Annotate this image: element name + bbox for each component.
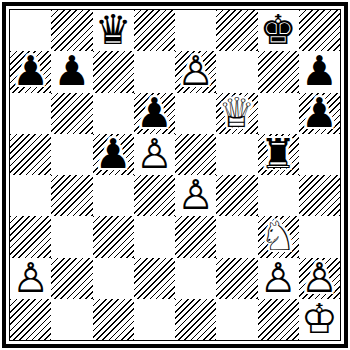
square-d1[interactable] <box>134 299 175 340</box>
square-f1[interactable] <box>216 299 257 340</box>
square-g8[interactable]: ♚♚ <box>258 10 299 51</box>
piece-white-pawn: ♟♙ <box>175 175 216 216</box>
square-f7[interactable] <box>216 51 257 92</box>
square-a1[interactable] <box>10 299 51 340</box>
chess-diagram: ♛♛♚♚♟♟♟♟♟♙♟♟♟♟♛♕♟♟♟♟♟♙♜♜♟♙♞♘♟♙♟♙♟♙♚♔ <box>0 0 350 350</box>
square-b7[interactable]: ♟♟ <box>51 51 92 92</box>
square-h1[interactable]: ♚♔ <box>299 299 340 340</box>
square-g1[interactable] <box>258 299 299 340</box>
piece-black-pawn: ♟♟ <box>299 51 340 92</box>
piece-white-queen: ♛♕ <box>216 93 257 134</box>
piece-black-pawn: ♟♟ <box>299 93 340 134</box>
piece-white-knight: ♞♘ <box>258 216 299 257</box>
square-b1[interactable] <box>51 299 92 340</box>
square-c6[interactable] <box>93 93 134 134</box>
square-a8[interactable] <box>10 10 51 51</box>
square-e2[interactable] <box>175 258 216 299</box>
square-c4[interactable] <box>93 175 134 216</box>
square-h5[interactable] <box>299 134 340 175</box>
square-f8[interactable] <box>216 10 257 51</box>
square-g4[interactable] <box>258 175 299 216</box>
square-g2[interactable]: ♟♙ <box>258 258 299 299</box>
square-e6[interactable] <box>175 93 216 134</box>
square-b3[interactable] <box>51 216 92 257</box>
square-c5[interactable]: ♟♟ <box>93 134 134 175</box>
square-c2[interactable] <box>93 258 134 299</box>
square-b8[interactable] <box>51 10 92 51</box>
square-h4[interactable] <box>299 175 340 216</box>
square-e1[interactable] <box>175 299 216 340</box>
square-h8[interactable] <box>299 10 340 51</box>
board-outer-frame: ♛♛♚♚♟♟♟♟♟♙♟♟♟♟♛♕♟♟♟♟♟♙♜♜♟♙♞♘♟♙♟♙♟♙♚♔ <box>2 2 348 348</box>
square-b4[interactable] <box>51 175 92 216</box>
square-g6[interactable] <box>258 93 299 134</box>
square-f5[interactable] <box>216 134 257 175</box>
square-h2[interactable]: ♟♙ <box>299 258 340 299</box>
piece-white-pawn: ♟♙ <box>10 258 51 299</box>
square-f6[interactable]: ♛♕ <box>216 93 257 134</box>
piece-white-pawn: ♟♙ <box>258 258 299 299</box>
square-e8[interactable] <box>175 10 216 51</box>
piece-white-pawn: ♟♙ <box>134 134 175 175</box>
piece-black-pawn: ♟♟ <box>134 93 175 134</box>
square-a3[interactable] <box>10 216 51 257</box>
square-c8[interactable]: ♛♛ <box>93 10 134 51</box>
square-c7[interactable] <box>93 51 134 92</box>
square-d5[interactable]: ♟♙ <box>134 134 175 175</box>
square-d4[interactable] <box>134 175 175 216</box>
square-a5[interactable] <box>10 134 51 175</box>
square-g5[interactable]: ♜♜ <box>258 134 299 175</box>
square-a7[interactable]: ♟♟ <box>10 51 51 92</box>
square-d6[interactable]: ♟♟ <box>134 93 175 134</box>
piece-white-pawn: ♟♙ <box>299 258 340 299</box>
piece-black-rook: ♜♜ <box>258 134 299 175</box>
square-a4[interactable] <box>10 175 51 216</box>
square-h3[interactable] <box>299 216 340 257</box>
square-f4[interactable] <box>216 175 257 216</box>
square-c3[interactable] <box>93 216 134 257</box>
square-b5[interactable] <box>51 134 92 175</box>
square-e5[interactable] <box>175 134 216 175</box>
square-b6[interactable] <box>51 93 92 134</box>
square-d8[interactable] <box>134 10 175 51</box>
piece-black-queen: ♛♛ <box>93 10 134 51</box>
piece-black-king: ♚♚ <box>258 10 299 51</box>
square-f3[interactable] <box>216 216 257 257</box>
square-f2[interactable] <box>216 258 257 299</box>
square-e4[interactable]: ♟♙ <box>175 175 216 216</box>
board-inner-border: ♛♛♚♚♟♟♟♟♟♙♟♟♟♟♛♕♟♟♟♟♟♙♜♜♟♙♞♘♟♙♟♙♟♙♚♔ <box>9 9 341 341</box>
square-c1[interactable] <box>93 299 134 340</box>
square-d7[interactable] <box>134 51 175 92</box>
square-e7[interactable]: ♟♙ <box>175 51 216 92</box>
square-h7[interactable]: ♟♟ <box>299 51 340 92</box>
square-b2[interactable] <box>51 258 92 299</box>
piece-black-pawn: ♟♟ <box>51 51 92 92</box>
square-e3[interactable] <box>175 216 216 257</box>
chess-board: ♛♛♚♚♟♟♟♟♟♙♟♟♟♟♛♕♟♟♟♟♟♙♜♜♟♙♞♘♟♙♟♙♟♙♚♔ <box>10 10 340 340</box>
square-d2[interactable] <box>134 258 175 299</box>
square-d3[interactable] <box>134 216 175 257</box>
piece-white-pawn: ♟♙ <box>175 51 216 92</box>
piece-black-pawn: ♟♟ <box>10 51 51 92</box>
square-g3[interactable]: ♞♘ <box>258 216 299 257</box>
piece-white-king: ♚♔ <box>299 299 340 340</box>
piece-black-pawn: ♟♟ <box>93 134 134 175</box>
square-h6[interactable]: ♟♟ <box>299 93 340 134</box>
square-a2[interactable]: ♟♙ <box>10 258 51 299</box>
square-g7[interactable] <box>258 51 299 92</box>
square-a6[interactable] <box>10 93 51 134</box>
